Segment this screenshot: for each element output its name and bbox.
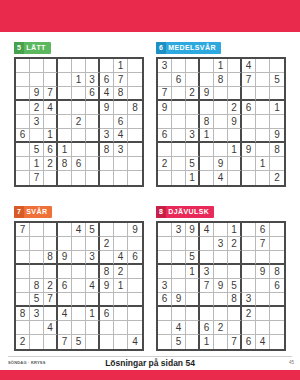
sudoku-empty-cell[interactable]: [44, 223, 58, 237]
sudoku-empty-cell[interactable]: [16, 143, 30, 157]
sudoku-empty-cell[interactable]: [186, 293, 200, 307]
sudoku-empty-cell[interactable]: [128, 157, 142, 171]
sudoku-given-cell: 2: [228, 237, 242, 251]
sudoku-given-cell: 1: [30, 157, 44, 171]
sudoku-empty-cell[interactable]: [86, 115, 100, 129]
sudoku-empty-cell[interactable]: [16, 237, 30, 251]
sudoku-empty-cell[interactable]: [256, 293, 270, 307]
difficulty-badge-djavulsk: 8 DJÄVULSK: [156, 206, 214, 218]
sudoku-given-cell: 5: [186, 251, 200, 265]
sudoku-empty-cell[interactable]: [86, 335, 100, 349]
sudoku-empty-cell[interactable]: [270, 237, 284, 251]
sudoku-empty-cell[interactable]: [100, 321, 114, 335]
sudoku-empty-cell[interactable]: [200, 171, 214, 185]
sudoku-given-cell: 1: [214, 59, 228, 73]
sudoku-empty-cell[interactable]: [58, 73, 72, 87]
sudoku-empty-cell[interactable]: [72, 265, 86, 279]
sudoku-empty-cell[interactable]: [58, 101, 72, 115]
sudoku-given-cell: 3: [86, 73, 100, 87]
sudoku-empty-cell[interactable]: [30, 251, 44, 265]
sudoku-empty-cell[interactable]: [172, 251, 186, 265]
sudoku-empty-cell[interactable]: [58, 237, 72, 251]
sudoku-empty-cell[interactable]: [16, 87, 30, 101]
sudoku-given-cell: 1: [200, 335, 214, 349]
sudoku-empty-cell[interactable]: [30, 237, 44, 251]
sudoku-given-cell: 3: [200, 265, 214, 279]
sudoku-given-cell: 1: [270, 101, 284, 115]
sudoku-empty-cell[interactable]: [30, 129, 44, 143]
sudoku-grid-djavulsk: 3941632751398379566983246251764: [156, 221, 286, 351]
sudoku-empty-cell[interactable]: [86, 129, 100, 143]
sudoku-empty-cell[interactable]: [44, 265, 58, 279]
sudoku-empty-cell[interactable]: [128, 279, 142, 293]
sudoku-empty-cell[interactable]: [270, 293, 284, 307]
sudoku-empty-cell[interactable]: [30, 59, 44, 73]
sudoku-empty-cell[interactable]: [242, 87, 256, 101]
sudoku-empty-cell[interactable]: [186, 59, 200, 73]
sudoku-given-cell: 6: [58, 279, 72, 293]
solutions-reference-text: Lösningar på sidan 54: [0, 358, 300, 368]
sudoku-given-cell: 7: [44, 293, 58, 307]
sudoku-empty-cell[interactable]: [214, 129, 228, 143]
sudoku-empty-cell[interactable]: [58, 293, 72, 307]
sudoku-empty-cell[interactable]: [114, 223, 128, 237]
sudoku-empty-cell[interactable]: [256, 115, 270, 129]
sudoku-empty-cell[interactable]: [16, 101, 30, 115]
sudoku-empty-cell[interactable]: [72, 321, 86, 335]
sudoku-empty-cell[interactable]: [186, 307, 200, 321]
sudoku-empty-cell[interactable]: [256, 143, 270, 157]
sudoku-empty-cell[interactable]: [214, 87, 228, 101]
sudoku-empty-cell[interactable]: [86, 265, 100, 279]
sudoku-given-cell: 2: [30, 101, 44, 115]
sudoku-empty-cell[interactable]: [100, 223, 114, 237]
sudoku-empty-cell[interactable]: [214, 223, 228, 237]
sudoku-empty-cell[interactable]: [100, 157, 114, 171]
sudoku-given-cell: 6: [270, 279, 284, 293]
sudoku-empty-cell[interactable]: [270, 59, 284, 73]
sudoku-given-cell: 5: [72, 335, 86, 349]
sudoku-given-cell: 8: [100, 265, 114, 279]
sudoku-empty-cell[interactable]: [186, 143, 200, 157]
sudoku-empty-cell[interactable]: [242, 251, 256, 265]
sudoku-empty-cell[interactable]: [16, 279, 30, 293]
sudoku-empty-cell[interactable]: [58, 129, 72, 143]
sudoku-empty-cell[interactable]: [16, 73, 30, 87]
difficulty-number: 7: [14, 206, 24, 218]
sudoku-empty-cell[interactable]: [186, 335, 200, 349]
sudoku-given-cell: 4: [200, 223, 214, 237]
sudoku-empty-cell[interactable]: [172, 237, 186, 251]
sudoku-empty-cell[interactable]: [58, 171, 72, 185]
sudoku-given-cell: 9: [100, 101, 114, 115]
difficulty-number: 6: [156, 42, 166, 54]
sudoku-empty-cell[interactable]: [242, 265, 256, 279]
sudoku-given-cell: 6: [200, 321, 214, 335]
sudoku-empty-cell[interactable]: [86, 171, 100, 185]
sudoku-given-cell: 2: [214, 321, 228, 335]
sudoku-grid-medelsvar: 314687572992618963191982591142: [156, 57, 286, 187]
sudoku-empty-cell[interactable]: [172, 307, 186, 321]
sudoku-empty-cell[interactable]: [186, 115, 200, 129]
sudoku-empty-cell[interactable]: [172, 129, 186, 143]
sudoku-given-cell: 3: [114, 143, 128, 157]
sudoku-given-cell: 7: [158, 87, 172, 101]
sudoku-given-cell: 7: [16, 223, 30, 237]
sudoku-empty-cell[interactable]: [214, 115, 228, 129]
sudoku-empty-cell[interactable]: [242, 115, 256, 129]
sudoku-given-cell: 4: [44, 101, 58, 115]
sudoku-given-cell: 3: [158, 59, 172, 73]
sudoku-empty-cell[interactable]: [16, 265, 30, 279]
sudoku-given-cell: 1: [58, 143, 72, 157]
sudoku-empty-cell[interactable]: [72, 101, 86, 115]
sudoku-given-cell: 5: [228, 279, 242, 293]
sudoku-empty-cell[interactable]: [16, 321, 30, 335]
sudoku-given-cell: 6: [72, 157, 86, 171]
sudoku-empty-cell[interactable]: [256, 171, 270, 185]
sudoku-empty-cell[interactable]: [86, 293, 100, 307]
sudoku-empty-cell[interactable]: [16, 115, 30, 129]
sudoku-empty-cell[interactable]: [172, 115, 186, 129]
sudoku-empty-cell[interactable]: [200, 293, 214, 307]
sudoku-given-cell: 8: [114, 87, 128, 101]
sudoku-section-medelsvar: 6 MEDELSVÅR 3146875729926189631919825911…: [156, 36, 288, 187]
sudoku-empty-cell[interactable]: [242, 223, 256, 237]
sudoku-empty-cell[interactable]: [128, 129, 142, 143]
page-number: 45: [289, 360, 294, 365]
sudoku-given-cell: 4: [114, 129, 128, 143]
sudoku-empty-cell[interactable]: [128, 143, 142, 157]
sudoku-empty-cell[interactable]: [270, 307, 284, 321]
sudoku-given-cell: 8: [228, 293, 242, 307]
sudoku-empty-cell[interactable]: [86, 101, 100, 115]
sudoku-empty-cell[interactable]: [158, 115, 172, 129]
sudoku-empty-cell[interactable]: [186, 279, 200, 293]
sudoku-empty-cell[interactable]: [72, 279, 86, 293]
sudoku-empty-cell[interactable]: [58, 321, 72, 335]
sudoku-given-cell: 4: [72, 223, 86, 237]
sudoku-empty-cell[interactable]: [58, 223, 72, 237]
sudoku-empty-cell[interactable]: [228, 157, 242, 171]
sudoku-empty-cell[interactable]: [44, 307, 58, 321]
sudoku-empty-cell[interactable]: [228, 171, 242, 185]
sudoku-given-cell: 8: [270, 265, 284, 279]
sudoku-empty-cell[interactable]: [172, 143, 186, 157]
sudoku-empty-cell[interactable]: [256, 129, 270, 143]
sudoku-empty-cell[interactable]: [200, 59, 214, 73]
sudoku-empty-cell[interactable]: [128, 87, 142, 101]
sudoku-empty-cell[interactable]: [44, 59, 58, 73]
sudoku-empty-cell[interactable]: [44, 115, 58, 129]
sudoku-empty-cell[interactable]: [44, 171, 58, 185]
sudoku-given-cell: 6: [158, 129, 172, 143]
sudoku-empty-cell[interactable]: [172, 87, 186, 101]
bottom-red-bar: [0, 370, 300, 380]
sudoku-empty-cell[interactable]: [172, 157, 186, 171]
sudoku-empty-cell[interactable]: [158, 265, 172, 279]
sudoku-given-cell: 8: [100, 143, 114, 157]
sudoku-empty-cell[interactable]: [242, 279, 256, 293]
sudoku-given-cell: 5: [270, 73, 284, 87]
sudoku-empty-cell[interactable]: [172, 59, 186, 73]
sudoku-empty-cell[interactable]: [44, 335, 58, 349]
sudoku-empty-cell[interactable]: [256, 73, 270, 87]
sudoku-empty-cell[interactable]: [228, 251, 242, 265]
sudoku-empty-cell[interactable]: [270, 115, 284, 129]
sudoku-given-cell: 2: [114, 265, 128, 279]
sudoku-empty-cell[interactable]: [256, 87, 270, 101]
sudoku-empty-cell[interactable]: [100, 293, 114, 307]
sudoku-empty-cell[interactable]: [30, 73, 44, 87]
sudoku-empty-cell[interactable]: [242, 321, 256, 335]
sudoku-empty-cell[interactable]: [158, 171, 172, 185]
sudoku-given-cell: 9: [100, 279, 114, 293]
sudoku-empty-cell[interactable]: [72, 237, 86, 251]
sudoku-empty-cell[interactable]: [30, 223, 44, 237]
sudoku-empty-cell[interactable]: [228, 59, 242, 73]
sudoku-given-cell: 9: [186, 223, 200, 237]
sudoku-empty-cell[interactable]: [72, 307, 86, 321]
sudoku-given-cell: 7: [256, 237, 270, 251]
sudoku-empty-cell[interactable]: [228, 129, 242, 143]
sudoku-given-cell: 6: [44, 143, 58, 157]
sudoku-empty-cell[interactable]: [44, 73, 58, 87]
sudoku-empty-cell[interactable]: [200, 237, 214, 251]
sudoku-empty-cell[interactable]: [158, 143, 172, 157]
sudoku-grid-latt: 1136797648249832661345618312867: [14, 57, 144, 187]
sudoku-given-cell: 6: [100, 73, 114, 87]
sudoku-given-cell: 1: [186, 171, 200, 185]
sudoku-empty-cell[interactable]: [256, 59, 270, 73]
sudoku-empty-cell[interactable]: [214, 335, 228, 349]
sudoku-given-cell: 2: [72, 115, 86, 129]
sudoku-empty-cell[interactable]: [44, 237, 58, 251]
sudoku-given-cell: 8: [44, 251, 58, 265]
sudoku-empty-cell[interactable]: [200, 143, 214, 157]
sudoku-given-cell: 4: [114, 251, 128, 265]
sudoku-empty-cell[interactable]: [72, 87, 86, 101]
sudoku-empty-cell[interactable]: [86, 321, 100, 335]
sudoku-given-cell: 4: [128, 335, 142, 349]
sudoku-given-cell: 7: [114, 73, 128, 87]
sudoku-empty-cell[interactable]: [128, 321, 142, 335]
sudoku-empty-cell[interactable]: [228, 73, 242, 87]
sudoku-given-cell: 4: [86, 279, 100, 293]
sudoku-empty-cell[interactable]: [30, 335, 44, 349]
sudoku-empty-cell[interactable]: [128, 307, 142, 321]
sudoku-empty-cell[interactable]: [128, 171, 142, 185]
sudoku-empty-cell[interactable]: [114, 293, 128, 307]
sudoku-empty-cell[interactable]: [58, 115, 72, 129]
sudoku-empty-cell[interactable]: [200, 157, 214, 171]
sudoku-given-cell: 1: [200, 129, 214, 143]
sudoku-empty-cell[interactable]: [128, 293, 142, 307]
sudoku-given-cell: 8: [270, 143, 284, 157]
sudoku-given-cell: 2: [16, 335, 30, 349]
sudoku-given-cell: 3: [186, 129, 200, 143]
sudoku-empty-cell[interactable]: [242, 129, 256, 143]
sudoku-empty-cell[interactable]: [214, 265, 228, 279]
sudoku-given-cell: 2: [186, 87, 200, 101]
sudoku-empty-cell[interactable]: [114, 171, 128, 185]
sudoku-given-cell: 3: [214, 237, 228, 251]
sudoku-given-cell: 5: [30, 293, 44, 307]
sudoku-given-cell: 9: [128, 223, 142, 237]
sudoku-empty-cell[interactable]: [16, 251, 30, 265]
sudoku-empty-cell[interactable]: [172, 265, 186, 279]
sudoku-empty-cell[interactable]: [186, 73, 200, 87]
sudoku-empty-cell[interactable]: [72, 129, 86, 143]
sudoku-empty-cell[interactable]: [114, 307, 128, 321]
sudoku-empty-cell[interactable]: [214, 293, 228, 307]
sudoku-empty-cell[interactable]: [172, 171, 186, 185]
sudoku-given-cell: 3: [242, 293, 256, 307]
sudoku-given-cell: 1: [186, 265, 200, 279]
sudoku-empty-cell[interactable]: [270, 223, 284, 237]
sudoku-empty-cell[interactable]: [256, 251, 270, 265]
sudoku-given-cell: 6: [16, 129, 30, 143]
sudoku-empty-cell[interactable]: [16, 171, 30, 185]
sudoku-empty-cell[interactable]: [214, 251, 228, 265]
sudoku-empty-cell[interactable]: [72, 293, 86, 307]
sudoku-empty-cell[interactable]: [270, 87, 284, 101]
sudoku-empty-cell[interactable]: [86, 157, 100, 171]
sudoku-given-cell: 2: [44, 157, 58, 171]
sudoku-given-cell: 1: [44, 129, 58, 143]
sudoku-empty-cell[interactable]: [128, 73, 142, 87]
sudoku-given-cell: 7: [30, 171, 44, 185]
sudoku-empty-cell[interactable]: [256, 279, 270, 293]
top-red-bar: [0, 0, 300, 32]
sudoku-empty-cell[interactable]: [114, 101, 128, 115]
difficulty-number: 5: [14, 42, 24, 54]
sudoku-empty-cell[interactable]: [100, 59, 114, 73]
sudoku-empty-cell[interactable]: [228, 321, 242, 335]
sudoku-given-cell: 5: [172, 335, 186, 349]
sudoku-empty-cell[interactable]: [158, 223, 172, 237]
sudoku-empty-cell[interactable]: [228, 265, 242, 279]
sudoku-given-cell: 2: [158, 157, 172, 171]
sudoku-given-cell: 8: [200, 115, 214, 129]
sudoku-empty-cell[interactable]: [228, 307, 242, 321]
sudoku-empty-cell[interactable]: [114, 335, 128, 349]
sudoku-empty-cell[interactable]: [172, 279, 186, 293]
sudoku-empty-cell[interactable]: [72, 251, 86, 265]
sudoku-empty-cell[interactable]: [172, 101, 186, 115]
sudoku-empty-cell[interactable]: [72, 59, 86, 73]
sudoku-empty-cell[interactable]: [58, 265, 72, 279]
sudoku-given-cell: 6: [128, 251, 142, 265]
sudoku-given-cell: 7: [58, 335, 72, 349]
sudoku-empty-cell[interactable]: [16, 157, 30, 171]
magazine-puzzle-page: 5 LÄTT 1136797648249832661345618312867 6…: [0, 0, 300, 380]
sudoku-empty-cell[interactable]: [186, 321, 200, 335]
sudoku-empty-cell[interactable]: [114, 157, 128, 171]
sudoku-empty-cell[interactable]: [58, 59, 72, 73]
sudoku-given-cell: 1: [256, 157, 270, 171]
sudoku-empty-cell[interactable]: [30, 265, 44, 279]
difficulty-badge-latt: 5 LÄTT: [14, 42, 51, 54]
sudoku-given-cell: 2: [44, 279, 58, 293]
sudoku-empty-cell[interactable]: [158, 321, 172, 335]
sudoku-empty-cell[interactable]: [270, 321, 284, 335]
sudoku-empty-cell[interactable]: [114, 321, 128, 335]
sudoku-empty-cell[interactable]: [128, 265, 142, 279]
sudoku-empty-cell[interactable]: [128, 115, 142, 129]
sudoku-empty-cell[interactable]: [200, 251, 214, 265]
sudoku-empty-cell[interactable]: [158, 251, 172, 265]
sudoku-empty-cell[interactable]: [256, 307, 270, 321]
sudoku-empty-cell[interactable]: [128, 59, 142, 73]
sudoku-empty-cell[interactable]: [242, 157, 256, 171]
sudoku-given-cell: 9: [214, 279, 228, 293]
sudoku-empty-cell[interactable]: [200, 307, 214, 321]
sudoku-empty-cell[interactable]: [158, 307, 172, 321]
sudoku-empty-cell[interactable]: [86, 237, 100, 251]
sudoku-empty-cell[interactable]: [214, 307, 228, 321]
sudoku-empty-cell[interactable]: [72, 171, 86, 185]
sudoku-empty-cell[interactable]: [100, 335, 114, 349]
sudoku-empty-cell[interactable]: [100, 171, 114, 185]
sudoku-empty-cell[interactable]: [200, 101, 214, 115]
sudoku-empty-cell[interactable]: [242, 171, 256, 185]
sudoku-empty-cell[interactable]: [270, 157, 284, 171]
sudoku-given-cell: 5: [30, 143, 44, 157]
sudoku-given-cell: 9: [242, 143, 256, 157]
sudoku-grid-svar: 745928934682826491578341642754: [14, 221, 144, 351]
sudoku-empty-cell[interactable]: [128, 237, 142, 251]
sudoku-empty-cell[interactable]: [114, 237, 128, 251]
sudoku-given-cell: 6: [114, 115, 128, 129]
sudoku-empty-cell[interactable]: [214, 101, 228, 115]
sudoku-given-cell: 6: [256, 223, 270, 237]
sudoku-empty-cell[interactable]: [200, 73, 214, 87]
sudoku-empty-cell[interactable]: [158, 73, 172, 87]
sudoku-empty-cell[interactable]: [100, 251, 114, 265]
sudoku-empty-cell[interactable]: [72, 143, 86, 157]
sudoku-given-cell: 3: [30, 115, 44, 129]
sudoku-given-cell: 8: [16, 307, 30, 321]
sudoku-empty-cell[interactable]: [186, 101, 200, 115]
sudoku-given-cell: 9: [158, 101, 172, 115]
sudoku-given-cell: 4: [44, 321, 58, 335]
sudoku-given-cell: 4: [256, 335, 270, 349]
sudoku-given-cell: 4: [172, 321, 186, 335]
sudoku-empty-cell[interactable]: [30, 321, 44, 335]
sudoku-empty-cell[interactable]: [58, 87, 72, 101]
sudoku-given-cell: 1: [114, 59, 128, 73]
sudoku-empty-cell[interactable]: [256, 321, 270, 335]
sudoku-empty-cell[interactable]: [16, 293, 30, 307]
footer-divider: [8, 356, 292, 357]
sudoku-empty-cell[interactable]: [228, 87, 242, 101]
sudoku-empty-cell[interactable]: [158, 237, 172, 251]
sudoku-empty-cell[interactable]: [270, 335, 284, 349]
sudoku-empty-cell[interactable]: [256, 101, 270, 115]
sudoku-empty-cell[interactable]: [16, 59, 30, 73]
sudoku-empty-cell[interactable]: [86, 143, 100, 157]
sudoku-empty-cell[interactable]: [86, 59, 100, 73]
sudoku-given-cell: 9: [200, 87, 214, 101]
sudoku-empty-cell[interactable]: [100, 115, 114, 129]
sudoku-empty-cell[interactable]: [270, 251, 284, 265]
sudoku-empty-cell[interactable]: [242, 237, 256, 251]
sudoku-given-cell: 1: [228, 223, 242, 237]
sudoku-empty-cell[interactable]: [158, 335, 172, 349]
sudoku-empty-cell[interactable]: [186, 237, 200, 251]
sudoku-empty-cell[interactable]: [214, 143, 228, 157]
